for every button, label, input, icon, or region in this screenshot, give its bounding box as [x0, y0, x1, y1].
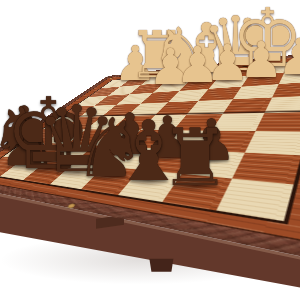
case-foot — [149, 259, 173, 272]
brass-screw — [67, 203, 77, 208]
chess-piece-white-pawn: ♟ — [277, 33, 300, 83]
square-h3 — [245, 131, 300, 155]
square-h4 — [255, 112, 300, 132]
chess-piece-black-rook: ♜ — [160, 119, 231, 198]
chess-set-photo-scene: ♟♜♞♝♛♚♟♟♟♟♟♟♟♟♟♞♚♛♞♝♜ — [0, 0, 300, 300]
